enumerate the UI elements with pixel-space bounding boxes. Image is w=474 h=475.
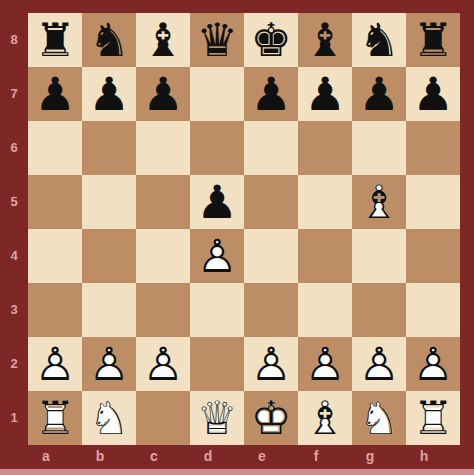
piece-black-pawn[interactable]: ♟ xyxy=(298,67,352,121)
piece-black-pawn[interactable]: ♟ xyxy=(28,67,82,121)
piece-white-pawn[interactable]: ♟♙ xyxy=(136,337,190,391)
rank-label-2: 2 xyxy=(0,337,28,391)
file-label-c: c xyxy=(127,445,181,469)
square-c4[interactable] xyxy=(136,229,190,283)
piece-white-knight[interactable]: ♞♘ xyxy=(82,391,136,445)
file-label-h: h xyxy=(397,445,451,469)
square-e2[interactable]: ♟♙ xyxy=(244,337,298,391)
square-f7[interactable]: ♟ xyxy=(298,67,352,121)
square-a3[interactable] xyxy=(28,283,82,337)
square-f8[interactable]: ♝ xyxy=(298,13,352,67)
square-g7[interactable]: ♟ xyxy=(352,67,406,121)
square-b7[interactable]: ♟ xyxy=(82,67,136,121)
square-b8[interactable]: ♞ xyxy=(82,13,136,67)
square-h2[interactable]: ♟♙ xyxy=(406,337,460,391)
square-d8[interactable]: ♛ xyxy=(190,13,244,67)
square-e8[interactable]: ♚ xyxy=(244,13,298,67)
chess-board: ♜♞♝♛♚♝♞♜♟♟♟♟♟♟♟♟♝♗♟♙♟♙♟♙♟♙♟♙♟♙♟♙♟♙♜♖♞♘♛♕… xyxy=(28,13,460,445)
piece-black-bishop[interactable]: ♝ xyxy=(298,13,352,67)
square-f4[interactable] xyxy=(298,229,352,283)
square-f6[interactable] xyxy=(298,121,352,175)
square-g2[interactable]: ♟♙ xyxy=(352,337,406,391)
rank-label-6: 6 xyxy=(0,121,28,175)
square-a8[interactable]: ♜ xyxy=(28,13,82,67)
square-c6[interactable] xyxy=(136,121,190,175)
square-d5[interactable]: ♟ xyxy=(190,175,244,229)
square-e1[interactable]: ♚♔ xyxy=(244,391,298,445)
square-a1[interactable]: ♜♖ xyxy=(28,391,82,445)
piece-white-knight[interactable]: ♞♘ xyxy=(352,391,406,445)
square-d3[interactable] xyxy=(190,283,244,337)
square-a4[interactable] xyxy=(28,229,82,283)
file-label-b: b xyxy=(73,445,127,469)
piece-black-pawn[interactable]: ♟ xyxy=(190,175,244,229)
square-g5[interactable]: ♝♗ xyxy=(352,175,406,229)
piece-white-pawn[interactable]: ♟♙ xyxy=(28,337,82,391)
piece-white-pawn[interactable]: ♟♙ xyxy=(244,337,298,391)
square-d7[interactable] xyxy=(190,67,244,121)
rank-label-5: 5 xyxy=(0,175,28,229)
piece-white-rook[interactable]: ♜♖ xyxy=(28,391,82,445)
square-d1[interactable]: ♛♕ xyxy=(190,391,244,445)
square-h1[interactable]: ♜♖ xyxy=(406,391,460,445)
square-a2[interactable]: ♟♙ xyxy=(28,337,82,391)
board-frame: 87654321 ♜♞♝♛♚♝♞♜♟♟♟♟♟♟♟♟♝♗♟♙♟♙♟♙♟♙♟♙♟♙♟… xyxy=(0,0,474,475)
square-h5[interactable] xyxy=(406,175,460,229)
file-label-d: d xyxy=(181,445,235,469)
square-f2[interactable]: ♟♙ xyxy=(298,337,352,391)
square-f3[interactable] xyxy=(298,283,352,337)
bottom-strip xyxy=(0,469,474,475)
piece-white-pawn[interactable]: ♟♙ xyxy=(298,337,352,391)
piece-white-pawn[interactable]: ♟♙ xyxy=(406,337,460,391)
square-e5[interactable] xyxy=(244,175,298,229)
square-d6[interactable] xyxy=(190,121,244,175)
square-h3[interactable] xyxy=(406,283,460,337)
square-b1[interactable]: ♞♘ xyxy=(82,391,136,445)
piece-black-pawn[interactable]: ♟ xyxy=(136,67,190,121)
piece-white-bishop[interactable]: ♝♗ xyxy=(298,391,352,445)
square-c1[interactable] xyxy=(136,391,190,445)
square-g8[interactable]: ♞ xyxy=(352,13,406,67)
file-label-g: g xyxy=(343,445,397,469)
square-b2[interactable]: ♟♙ xyxy=(82,337,136,391)
piece-white-king[interactable]: ♚♔ xyxy=(244,391,298,445)
rank-label-1: 1 xyxy=(0,391,28,445)
square-a6[interactable] xyxy=(28,121,82,175)
square-h6[interactable] xyxy=(406,121,460,175)
piece-white-pawn[interactable]: ♟♙ xyxy=(190,229,244,283)
square-h7[interactable]: ♟ xyxy=(406,67,460,121)
square-b5[interactable] xyxy=(82,175,136,229)
file-labels: abcdefgh xyxy=(28,445,460,469)
piece-black-pawn[interactable]: ♟ xyxy=(82,67,136,121)
square-e4[interactable] xyxy=(244,229,298,283)
piece-white-rook[interactable]: ♜♖ xyxy=(406,391,460,445)
square-g3[interactable] xyxy=(352,283,406,337)
rank-label-7: 7 xyxy=(0,67,28,121)
piece-black-rook[interactable]: ♜ xyxy=(406,13,460,67)
square-h4[interactable] xyxy=(406,229,460,283)
rank-label-4: 4 xyxy=(0,229,28,283)
square-d4[interactable]: ♟♙ xyxy=(190,229,244,283)
square-b3[interactable] xyxy=(82,283,136,337)
rank-label-8: 8 xyxy=(0,13,28,67)
piece-black-pawn[interactable]: ♟ xyxy=(406,67,460,121)
square-b4[interactable] xyxy=(82,229,136,283)
piece-black-king[interactable]: ♚ xyxy=(244,13,298,67)
square-a7[interactable]: ♟ xyxy=(28,67,82,121)
square-g4[interactable] xyxy=(352,229,406,283)
piece-black-knight[interactable]: ♞ xyxy=(352,13,406,67)
square-c5[interactable] xyxy=(136,175,190,229)
file-label-e: e xyxy=(235,445,289,469)
file-label-f: f xyxy=(289,445,343,469)
square-e6[interactable] xyxy=(244,121,298,175)
square-g6[interactable] xyxy=(352,121,406,175)
square-e3[interactable] xyxy=(244,283,298,337)
piece-black-pawn[interactable]: ♟ xyxy=(352,67,406,121)
square-c3[interactable] xyxy=(136,283,190,337)
piece-white-pawn[interactable]: ♟♙ xyxy=(82,337,136,391)
piece-white-queen[interactable]: ♛♕ xyxy=(190,391,244,445)
square-h8[interactable]: ♜ xyxy=(406,13,460,67)
rank-labels: 87654321 xyxy=(0,13,28,445)
piece-black-rook[interactable]: ♜ xyxy=(28,13,82,67)
piece-black-pawn[interactable]: ♟ xyxy=(244,67,298,121)
file-label-a: a xyxy=(19,445,73,469)
square-c7[interactable]: ♟ xyxy=(136,67,190,121)
square-d2[interactable] xyxy=(190,337,244,391)
piece-black-knight[interactable]: ♞ xyxy=(82,13,136,67)
piece-black-queen[interactable]: ♛ xyxy=(190,13,244,67)
square-b6[interactable] xyxy=(82,121,136,175)
square-g1[interactable]: ♞♘ xyxy=(352,391,406,445)
square-e7[interactable]: ♟ xyxy=(244,67,298,121)
square-a5[interactable] xyxy=(28,175,82,229)
square-c8[interactable]: ♝ xyxy=(136,13,190,67)
square-c2[interactable]: ♟♙ xyxy=(136,337,190,391)
square-f1[interactable]: ♝♗ xyxy=(298,391,352,445)
piece-black-bishop[interactable]: ♝ xyxy=(136,13,190,67)
piece-white-pawn[interactable]: ♟♙ xyxy=(352,337,406,391)
rank-label-3: 3 xyxy=(0,283,28,337)
piece-white-bishop[interactable]: ♝♗ xyxy=(352,175,406,229)
square-f5[interactable] xyxy=(298,175,352,229)
